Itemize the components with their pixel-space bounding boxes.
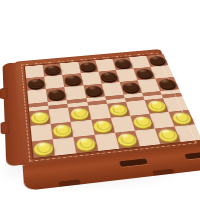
checker-yellow[interactable]: ● [74,134,98,152]
checker-yellow[interactable]: ● [32,139,55,158]
square-b2[interactable]: ● [51,122,74,139]
latch-slot [184,152,200,159]
checker-yellow[interactable]: ● [91,117,115,134]
checker-yellow[interactable]: ● [51,121,74,138]
checker-yellow[interactable]: ● [107,101,130,117]
square-f6[interactable]: ● [120,80,143,94]
checker-dark-brown[interactable]: ● [98,69,119,83]
square-b1[interactable] [53,137,77,156]
checkers-board-3d: ●●●●●●●●●●●●●●●●●●●●●●●● [14,49,200,167]
square-c7[interactable]: ● [62,73,83,87]
square-e7[interactable]: ● [98,70,119,84]
checker-yellow[interactable]: ● [29,109,51,125]
square-c3[interactable]: ● [68,106,91,122]
checker-dark-brown[interactable]: ● [119,80,142,94]
square-e3[interactable]: ● [107,102,130,118]
checker-dark-brown[interactable]: ● [112,57,133,70]
square-d8[interactable]: ● [78,60,98,73]
square-f8[interactable]: ● [112,57,133,70]
board-grid: ●●●●●●●●●●●●●●●●●●●●●●●● [24,54,193,159]
photo-stage: ●●●●●●●●●●●●●●●●●●●●●●●● [0,0,200,200]
checker-dark-brown[interactable]: ● [26,76,46,90]
checker-dark-brown[interactable]: ● [155,76,178,90]
square-a7[interactable]: ● [26,77,46,91]
checker-dark-brown[interactable]: ● [46,87,67,102]
square-a3[interactable]: ● [29,109,51,125]
square-h6[interactable]: ● [156,77,179,91]
checker-dark-brown[interactable]: ● [43,63,63,76]
square-a1[interactable]: ● [32,139,55,158]
square-c1[interactable]: ● [74,135,98,153]
latch-slot [120,158,149,167]
square-d6[interactable]: ● [83,84,105,99]
square-b8[interactable]: ● [43,63,63,76]
square-d2[interactable]: ● [91,118,115,135]
hinge-tab [0,121,9,134]
checker-yellow[interactable]: ● [68,105,91,121]
square-b6[interactable]: ● [46,87,67,102]
hinge-tab [0,88,8,99]
checker-dark-brown[interactable]: ● [78,60,98,73]
checker-dark-brown[interactable]: ● [83,83,105,98]
checker-dark-brown[interactable]: ● [62,73,83,87]
